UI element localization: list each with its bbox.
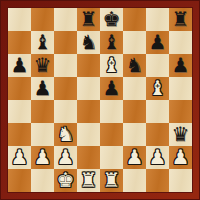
square-d1[interactable]: ♜ — [77, 169, 100, 192]
square-d3[interactable] — [77, 123, 100, 146]
white-bishop-icon: ♝ — [100, 54, 123, 77]
white-pawn-icon: ♟ — [123, 146, 146, 169]
white-pawn-icon: ♟ — [54, 146, 77, 169]
black-bishop-icon: ♝ — [100, 31, 123, 54]
square-f6[interactable]: ♞ — [123, 54, 146, 77]
black-knight-icon: ♞ — [123, 54, 146, 77]
square-e2[interactable] — [100, 146, 123, 169]
black-pawn-icon: ♟ — [31, 77, 54, 100]
square-g4[interactable] — [146, 100, 169, 123]
square-a2[interactable]: ♟ — [8, 146, 31, 169]
black-queen-icon: ♛ — [169, 123, 192, 146]
square-h3[interactable]: ♛ — [169, 123, 192, 146]
chess-diagram: ♜♚♜♝♞♝♟♟♛♝♞♟♟♟♝♞♛♟♟♟♟♟♟♚♜♜ — [0, 0, 200, 200]
square-b6[interactable]: ♛ — [31, 54, 54, 77]
square-d7[interactable]: ♞ — [77, 31, 100, 54]
square-b4[interactable] — [31, 100, 54, 123]
board: ♜♚♜♝♞♝♟♟♛♝♞♟♟♟♝♞♛♟♟♟♟♟♟♚♜♜ — [8, 8, 192, 192]
square-e6[interactable]: ♝ — [100, 54, 123, 77]
white-rook-icon: ♜ — [77, 169, 100, 192]
square-c2[interactable]: ♟ — [54, 146, 77, 169]
square-c7[interactable] — [54, 31, 77, 54]
square-c1[interactable]: ♚ — [54, 169, 77, 192]
square-c3[interactable]: ♞ — [54, 123, 77, 146]
square-a1[interactable] — [8, 169, 31, 192]
black-rook-icon: ♜ — [77, 8, 100, 31]
square-g2[interactable]: ♟ — [146, 146, 169, 169]
square-b8[interactable] — [31, 8, 54, 31]
black-pawn-icon: ♟ — [169, 54, 192, 77]
square-e4[interactable] — [100, 100, 123, 123]
square-c5[interactable] — [54, 77, 77, 100]
square-h7[interactable] — [169, 31, 192, 54]
black-pawn-icon: ♟ — [100, 77, 123, 100]
square-g6[interactable] — [146, 54, 169, 77]
square-f1[interactable] — [123, 169, 146, 192]
square-g3[interactable] — [146, 123, 169, 146]
square-h8[interactable]: ♜ — [169, 8, 192, 31]
square-e1[interactable]: ♜ — [100, 169, 123, 192]
white-bishop-icon: ♝ — [146, 77, 169, 100]
square-e7[interactable]: ♝ — [100, 31, 123, 54]
white-pawn-icon: ♟ — [31, 146, 54, 169]
square-b2[interactable]: ♟ — [31, 146, 54, 169]
black-king-icon: ♚ — [100, 8, 123, 31]
square-b5[interactable]: ♟ — [31, 77, 54, 100]
square-g8[interactable] — [146, 8, 169, 31]
square-f2[interactable]: ♟ — [123, 146, 146, 169]
square-d2[interactable] — [77, 146, 100, 169]
square-a6[interactable]: ♟ — [8, 54, 31, 77]
square-b3[interactable] — [31, 123, 54, 146]
white-knight-icon: ♞ — [54, 123, 77, 146]
black-knight-icon: ♞ — [77, 31, 100, 54]
square-f8[interactable] — [123, 8, 146, 31]
black-pawn-icon: ♟ — [8, 54, 31, 77]
square-d8[interactable]: ♜ — [77, 8, 100, 31]
square-f7[interactable] — [123, 31, 146, 54]
square-g5[interactable]: ♝ — [146, 77, 169, 100]
square-f5[interactable] — [123, 77, 146, 100]
square-d4[interactable] — [77, 100, 100, 123]
white-king-icon: ♚ — [54, 169, 77, 192]
square-g7[interactable]: ♟ — [146, 31, 169, 54]
square-c6[interactable] — [54, 54, 77, 77]
black-queen-icon: ♛ — [31, 54, 54, 77]
square-a5[interactable] — [8, 77, 31, 100]
square-e5[interactable]: ♟ — [100, 77, 123, 100]
square-a4[interactable] — [8, 100, 31, 123]
square-h4[interactable] — [169, 100, 192, 123]
white-pawn-icon: ♟ — [146, 146, 169, 169]
square-h5[interactable] — [169, 77, 192, 100]
square-h2[interactable]: ♟ — [169, 146, 192, 169]
white-rook-icon: ♜ — [100, 169, 123, 192]
square-a7[interactable] — [8, 31, 31, 54]
square-c8[interactable] — [54, 8, 77, 31]
square-f4[interactable] — [123, 100, 146, 123]
black-bishop-icon: ♝ — [31, 31, 54, 54]
square-e8[interactable]: ♚ — [100, 8, 123, 31]
square-h6[interactable]: ♟ — [169, 54, 192, 77]
white-pawn-icon: ♟ — [8, 146, 31, 169]
square-c4[interactable] — [54, 100, 77, 123]
square-a8[interactable] — [8, 8, 31, 31]
black-rook-icon: ♜ — [169, 8, 192, 31]
square-g1[interactable] — [146, 169, 169, 192]
white-pawn-icon: ♟ — [169, 146, 192, 169]
square-a3[interactable] — [8, 123, 31, 146]
square-h1[interactable] — [169, 169, 192, 192]
square-b7[interactable]: ♝ — [31, 31, 54, 54]
square-b1[interactable] — [31, 169, 54, 192]
square-f3[interactable] — [123, 123, 146, 146]
black-pawn-icon: ♟ — [146, 31, 169, 54]
square-d5[interactable] — [77, 77, 100, 100]
square-e3[interactable] — [100, 123, 123, 146]
square-d6[interactable] — [77, 54, 100, 77]
